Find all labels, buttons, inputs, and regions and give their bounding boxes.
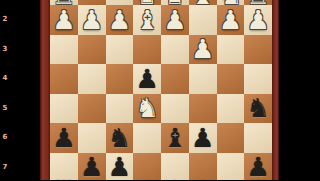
square-a2: ♟ bbox=[244, 5, 272, 35]
white-pawn-g2: ♟ bbox=[80, 7, 103, 33]
square-e6 bbox=[133, 123, 161, 153]
black-pawn-c6: ♟ bbox=[191, 125, 214, 151]
square-d3 bbox=[161, 35, 189, 65]
square-f7: ♟ bbox=[106, 153, 134, 181]
square-c2 bbox=[189, 5, 217, 35]
square-a4 bbox=[244, 64, 272, 94]
white-pawn-d2: ♟ bbox=[163, 7, 186, 33]
square-f6: ♞ bbox=[106, 123, 134, 153]
square-d4 bbox=[161, 64, 189, 94]
square-c6: ♟ bbox=[189, 123, 217, 153]
letterbox-right bbox=[279, 0, 320, 180]
white-knight-e5: ♞ bbox=[135, 95, 158, 121]
square-c3: ♟ bbox=[189, 35, 217, 65]
white-pawn-a2: ♟ bbox=[246, 7, 269, 33]
square-a3 bbox=[244, 35, 272, 65]
black-rook-a8: ♜ bbox=[246, 177, 269, 180]
white-pawn-b2: ♟ bbox=[219, 7, 242, 33]
black-pawn-f7: ♟ bbox=[108, 154, 131, 180]
square-b6 bbox=[217, 123, 245, 153]
white-pawn-c3: ♟ bbox=[191, 36, 214, 62]
rank-label-3: 3 bbox=[0, 45, 10, 53]
black-queen-d8: ♛ bbox=[163, 177, 186, 180]
square-h4 bbox=[50, 64, 78, 94]
rank-label-7: 7 bbox=[0, 163, 10, 171]
rank-label-4: 4 bbox=[0, 74, 10, 82]
square-b7 bbox=[217, 153, 245, 181]
black-pawn-g7: ♟ bbox=[80, 154, 103, 180]
black-knight-f6: ♞ bbox=[108, 125, 131, 151]
white-bishop-e2: ♝ bbox=[135, 7, 158, 33]
square-f4 bbox=[106, 64, 134, 94]
square-e4: ♟ bbox=[133, 64, 161, 94]
white-pawn-f2: ♟ bbox=[108, 7, 131, 33]
black-rook-h8: ♜ bbox=[52, 177, 75, 180]
rank-label-2: 2 bbox=[0, 15, 10, 23]
square-f5 bbox=[106, 94, 134, 124]
square-h2: ♟ bbox=[50, 5, 78, 35]
square-g2: ♟ bbox=[78, 5, 106, 35]
square-f3 bbox=[106, 35, 134, 65]
rank-label-5: 5 bbox=[0, 104, 10, 112]
square-c4 bbox=[189, 64, 217, 94]
square-h3 bbox=[50, 35, 78, 65]
black-pawn-e4: ♟ bbox=[135, 66, 158, 92]
square-d6: ♝ bbox=[161, 123, 189, 153]
square-b2: ♟ bbox=[217, 5, 245, 35]
square-g6 bbox=[78, 123, 106, 153]
square-g5 bbox=[78, 94, 106, 124]
square-e5: ♞ bbox=[133, 94, 161, 124]
square-g3 bbox=[78, 35, 106, 65]
square-h5 bbox=[50, 94, 78, 124]
square-b4 bbox=[217, 64, 245, 94]
square-a5: ♞ bbox=[244, 94, 272, 124]
board-frame-right bbox=[272, 0, 279, 180]
square-d5 bbox=[161, 94, 189, 124]
black-king-e8: ♚ bbox=[135, 177, 158, 180]
video-frame: { "game": "chess", "opening_hint": "Two … bbox=[0, 0, 320, 180]
square-a6 bbox=[244, 123, 272, 153]
chess-board: ♜♚♛♝♞♜♟♟♟♝♟♟♟♟♟♞♞♟♞♝♟♟♟♟♜♚♛♝♜ bbox=[50, 0, 272, 180]
black-pawn-h6: ♟ bbox=[52, 125, 75, 151]
board-frame-left bbox=[40, 0, 50, 180]
black-bishop-c8: ♝ bbox=[191, 177, 214, 180]
square-b3 bbox=[217, 35, 245, 65]
square-b5 bbox=[217, 94, 245, 124]
black-knight-a5: ♞ bbox=[246, 95, 269, 121]
white-pawn-h2: ♟ bbox=[52, 7, 75, 33]
square-h6: ♟ bbox=[50, 123, 78, 153]
black-bishop-d6: ♝ bbox=[163, 125, 186, 151]
square-c5 bbox=[189, 94, 217, 124]
rank-label-6: 6 bbox=[0, 133, 10, 141]
letterbox-left bbox=[0, 0, 40, 180]
square-e2: ♝ bbox=[133, 5, 161, 35]
square-g7: ♟ bbox=[78, 153, 106, 181]
square-d2: ♟ bbox=[161, 5, 189, 35]
square-e3 bbox=[133, 35, 161, 65]
square-f2: ♟ bbox=[106, 5, 134, 35]
square-g4 bbox=[78, 64, 106, 94]
